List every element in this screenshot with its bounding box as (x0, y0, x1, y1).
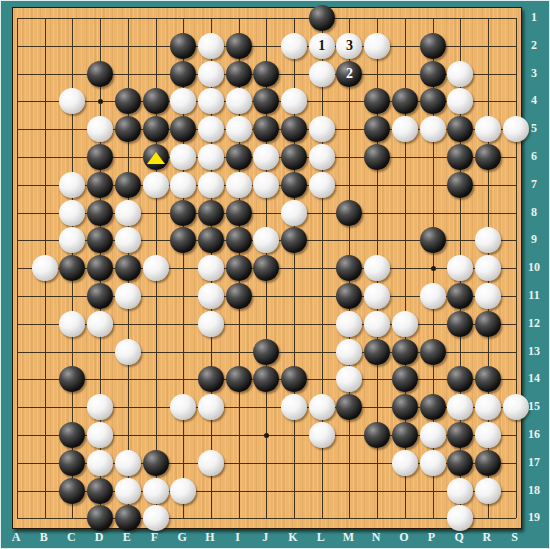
stone-H4[interactable] (198, 88, 224, 114)
stone-D5[interactable] (87, 116, 113, 142)
stone-J10[interactable] (253, 255, 279, 281)
column-label-K: K (283, 531, 303, 543)
stone-R15[interactable] (475, 394, 501, 420)
stone-F5[interactable] (143, 116, 169, 142)
stone-I5[interactable] (226, 116, 252, 142)
stone-K5[interactable] (281, 116, 307, 142)
stone-Q11[interactable] (447, 283, 473, 309)
row-label-4: 4 (522, 94, 546, 106)
stone-E5[interactable] (115, 116, 141, 142)
stone-P9[interactable] (420, 227, 446, 253)
stone-D9[interactable] (87, 227, 113, 253)
stone-J5[interactable] (253, 116, 279, 142)
stone-H15[interactable] (198, 394, 224, 420)
row-label-18: 18 (522, 484, 546, 496)
stone-R5[interactable] (475, 116, 501, 142)
stone-P5[interactable] (420, 116, 446, 142)
stone-L6[interactable] (309, 144, 335, 170)
stone-C12[interactable] (59, 311, 85, 337)
stone-Q15[interactable] (447, 394, 473, 420)
stone-N5[interactable] (364, 116, 390, 142)
column-label-A: A (6, 531, 26, 543)
go-app-window: 132 ABCDEFGHIJKLMNOPQRS 1234567891011121… (0, 0, 550, 549)
row-label-2: 2 (522, 39, 546, 51)
move-number-label: 3 (346, 39, 353, 53)
stone-G3[interactable] (170, 61, 196, 87)
stone-Q7[interactable] (447, 172, 473, 198)
stone-L15[interactable] (309, 394, 335, 420)
stone-P3[interactable] (420, 61, 446, 87)
triangle-marker (147, 152, 165, 164)
stone-I8[interactable] (226, 200, 252, 226)
stone-L1[interactable] (309, 5, 335, 31)
row-label-6: 6 (522, 150, 546, 162)
stone-K4[interactable] (281, 88, 307, 114)
column-label-E: E (117, 531, 137, 543)
stone-H3[interactable] (198, 61, 224, 87)
stone-N4[interactable] (364, 88, 390, 114)
stone-K8[interactable] (281, 200, 307, 226)
stone-R9[interactable] (475, 227, 501, 253)
stone-I9[interactable] (226, 227, 252, 253)
stone-M3[interactable]: 2 (336, 61, 362, 87)
grid-line-vertical (516, 18, 517, 518)
stone-D11[interactable] (87, 283, 113, 309)
stone-F6[interactable] (143, 144, 169, 170)
stone-Q18[interactable] (447, 478, 473, 504)
stone-G2[interactable] (170, 33, 196, 59)
stone-F4[interactable] (143, 88, 169, 114)
row-label-8: 8 (522, 206, 546, 218)
stone-F18[interactable] (143, 478, 169, 504)
stone-H8[interactable] (198, 200, 224, 226)
stone-D3[interactable] (87, 61, 113, 87)
column-label-J: J (255, 531, 275, 543)
stone-D6[interactable] (87, 144, 113, 170)
stone-C14[interactable] (59, 366, 85, 392)
stone-R14[interactable] (475, 366, 501, 392)
stone-G15[interactable] (170, 394, 196, 420)
column-label-L: L (311, 531, 331, 543)
stone-J4[interactable] (253, 88, 279, 114)
stone-G7[interactable] (170, 172, 196, 198)
stone-O13[interactable] (392, 339, 418, 365)
stone-G8[interactable] (170, 200, 196, 226)
column-label-S: S (505, 531, 525, 543)
stone-Q5[interactable] (447, 116, 473, 142)
column-label-B: B (34, 531, 54, 543)
stone-M13[interactable] (336, 339, 362, 365)
stone-E18[interactable] (115, 478, 141, 504)
stone-E4[interactable] (115, 88, 141, 114)
stone-K14[interactable] (281, 366, 307, 392)
stone-I6[interactable] (226, 144, 252, 170)
stone-D19[interactable] (87, 505, 113, 531)
column-label-Q: Q (449, 531, 469, 543)
stone-H12[interactable] (198, 311, 224, 337)
stone-R18[interactable] (475, 478, 501, 504)
stone-H10[interactable] (198, 255, 224, 281)
stone-R11[interactable] (475, 283, 501, 309)
stone-R6[interactable] (475, 144, 501, 170)
stone-M15[interactable] (336, 394, 362, 420)
stone-E8[interactable] (115, 200, 141, 226)
stone-L2[interactable]: 1 (309, 33, 335, 59)
stone-G9[interactable] (170, 227, 196, 253)
stone-D12[interactable] (87, 311, 113, 337)
stone-M10[interactable] (336, 255, 362, 281)
column-label-I: I (228, 531, 248, 543)
stone-R17[interactable] (475, 450, 501, 476)
stone-C17[interactable] (59, 450, 85, 476)
stone-I7[interactable] (226, 172, 252, 198)
row-label-12: 12 (522, 317, 546, 329)
column-label-R: R (477, 531, 497, 543)
row-label-13: 13 (522, 345, 546, 357)
stone-R16[interactable] (475, 422, 501, 448)
stone-F17[interactable] (143, 450, 169, 476)
stone-H9[interactable] (198, 227, 224, 253)
stone-O16[interactable] (392, 422, 418, 448)
stone-Q14[interactable] (447, 366, 473, 392)
column-label-C: C (61, 531, 81, 543)
move-number-label: 1 (318, 39, 325, 53)
stone-G6[interactable] (170, 144, 196, 170)
stone-Q17[interactable] (447, 450, 473, 476)
stone-I2[interactable] (226, 33, 252, 59)
stone-O4[interactable] (392, 88, 418, 114)
row-label-1: 1 (522, 11, 546, 23)
stone-I14[interactable] (226, 366, 252, 392)
stone-R10[interactable] (475, 255, 501, 281)
stone-M12[interactable] (336, 311, 362, 337)
stone-C18[interactable] (59, 478, 85, 504)
stone-C4[interactable] (59, 88, 85, 114)
stone-O17[interactable] (392, 450, 418, 476)
stone-H11[interactable] (198, 283, 224, 309)
stone-P16[interactable] (420, 422, 446, 448)
stone-J3[interactable] (253, 61, 279, 87)
star-point (264, 433, 269, 438)
stone-P17[interactable] (420, 450, 446, 476)
column-label-F: F (145, 531, 165, 543)
stone-Q16[interactable] (447, 422, 473, 448)
stone-J14[interactable] (253, 366, 279, 392)
stone-E13[interactable] (115, 339, 141, 365)
stone-O5[interactable] (392, 116, 418, 142)
stone-C7[interactable] (59, 172, 85, 198)
row-label-10: 10 (522, 261, 546, 273)
stone-D15[interactable] (87, 394, 113, 420)
stone-O15[interactable] (392, 394, 418, 420)
stone-P4[interactable] (420, 88, 446, 114)
stone-E10[interactable] (115, 255, 141, 281)
stone-B10[interactable] (32, 255, 58, 281)
stone-M14[interactable] (336, 366, 362, 392)
stone-H14[interactable] (198, 366, 224, 392)
stone-P15[interactable] (420, 394, 446, 420)
stone-R12[interactable] (475, 311, 501, 337)
stone-J9[interactable] (253, 227, 279, 253)
move-number-label: 2 (346, 67, 353, 81)
row-label-7: 7 (522, 178, 546, 190)
stone-Q3[interactable] (447, 61, 473, 87)
stone-D10[interactable] (87, 255, 113, 281)
stone-L7[interactable] (309, 172, 335, 198)
stone-M8[interactable] (336, 200, 362, 226)
star-point (431, 266, 436, 271)
stone-D8[interactable] (87, 200, 113, 226)
stone-K9[interactable] (281, 227, 307, 253)
stone-E17[interactable] (115, 450, 141, 476)
stone-E11[interactable] (115, 283, 141, 309)
stone-J7[interactable] (253, 172, 279, 198)
stone-E7[interactable] (115, 172, 141, 198)
stone-N16[interactable] (364, 422, 390, 448)
stone-Q10[interactable] (447, 255, 473, 281)
stone-D18[interactable] (87, 478, 113, 504)
stone-F19[interactable] (143, 505, 169, 531)
stone-K2[interactable] (281, 33, 307, 59)
stone-I4[interactable] (226, 88, 252, 114)
stone-Q19[interactable] (447, 505, 473, 531)
stone-P13[interactable] (420, 339, 446, 365)
go-board[interactable]: 132 (12, 7, 522, 529)
stone-D17[interactable] (87, 450, 113, 476)
stone-D7[interactable] (87, 172, 113, 198)
stone-D16[interactable] (87, 422, 113, 448)
stone-C9[interactable] (59, 227, 85, 253)
stone-L16[interactable] (309, 422, 335, 448)
stone-H6[interactable] (198, 144, 224, 170)
stone-J13[interactable] (253, 339, 279, 365)
stone-N13[interactable] (364, 339, 390, 365)
stone-E9[interactable] (115, 227, 141, 253)
stone-Q12[interactable] (447, 311, 473, 337)
stone-I11[interactable] (226, 283, 252, 309)
stone-E19[interactable] (115, 505, 141, 531)
stone-P11[interactable] (420, 283, 446, 309)
column-label-G: G (172, 531, 192, 543)
stone-N10[interactable] (364, 255, 390, 281)
column-label-M: M (338, 531, 358, 543)
row-label-14: 14 (522, 372, 546, 384)
column-label-P: P (422, 531, 442, 543)
stone-G4[interactable] (170, 88, 196, 114)
column-label-N: N (366, 531, 386, 543)
stone-N2[interactable] (364, 33, 390, 59)
stone-N11[interactable] (364, 283, 390, 309)
row-label-16: 16 (522, 428, 546, 440)
star-point (98, 99, 103, 104)
stone-H2[interactable] (198, 33, 224, 59)
stone-F10[interactable] (143, 255, 169, 281)
column-label-D: D (89, 531, 109, 543)
stone-N12[interactable] (364, 311, 390, 337)
stone-Q6[interactable] (447, 144, 473, 170)
stone-J6[interactable] (253, 144, 279, 170)
stone-F7[interactable] (143, 172, 169, 198)
column-label-O: O (394, 531, 414, 543)
stone-K7[interactable] (281, 172, 307, 198)
row-label-15: 15 (522, 400, 546, 412)
stone-L5[interactable] (309, 116, 335, 142)
row-label-11: 11 (522, 289, 546, 301)
row-label-17: 17 (522, 456, 546, 468)
stone-O12[interactable] (392, 311, 418, 337)
row-label-19: 19 (522, 511, 546, 523)
stone-H7[interactable] (198, 172, 224, 198)
stone-P2[interactable] (420, 33, 446, 59)
row-label-9: 9 (522, 233, 546, 245)
stone-O14[interactable] (392, 366, 418, 392)
stone-K6[interactable] (281, 144, 307, 170)
stone-M11[interactable] (336, 283, 362, 309)
stone-H5[interactable] (198, 116, 224, 142)
stone-C16[interactable] (59, 422, 85, 448)
stone-G18[interactable] (170, 478, 196, 504)
stone-K15[interactable] (281, 394, 307, 420)
stone-M2[interactable]: 3 (336, 33, 362, 59)
row-label-3: 3 (522, 67, 546, 79)
stone-G5[interactable] (170, 116, 196, 142)
stone-I10[interactable] (226, 255, 252, 281)
stone-L3[interactable] (309, 61, 335, 87)
stone-C10[interactable] (59, 255, 85, 281)
row-label-5: 5 (522, 122, 546, 134)
stone-N6[interactable] (364, 144, 390, 170)
stone-C8[interactable] (59, 200, 85, 226)
stone-H17[interactable] (198, 450, 224, 476)
column-label-H: H (200, 531, 220, 543)
stone-Q4[interactable] (447, 88, 473, 114)
stone-I3[interactable] (226, 61, 252, 87)
